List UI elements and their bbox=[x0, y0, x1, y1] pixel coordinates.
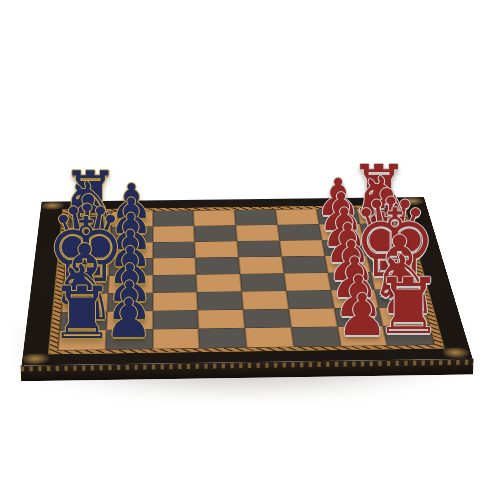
square-r5-c4 bbox=[242, 291, 289, 310]
square-r7-c6 bbox=[337, 326, 387, 346]
board-grid bbox=[58, 208, 434, 350]
square-r3-c3 bbox=[196, 257, 240, 274]
square-r7-c0 bbox=[58, 330, 106, 350]
square-r5-c7 bbox=[375, 289, 424, 308]
square-r7-c4 bbox=[245, 327, 294, 347]
square-r1-c0 bbox=[68, 227, 111, 243]
square-r5-c5 bbox=[286, 290, 334, 309]
square-r6-c1 bbox=[106, 311, 152, 330]
square-r6-c3 bbox=[198, 309, 245, 328]
corner-ornament bbox=[442, 347, 471, 358]
square-r6-c0 bbox=[60, 311, 107, 330]
scene bbox=[0, 0, 480, 480]
square-r3-c1 bbox=[109, 258, 153, 275]
square-r5-c1 bbox=[107, 293, 152, 312]
square-r0-c7 bbox=[357, 208, 402, 224]
square-r2-c1 bbox=[109, 242, 152, 259]
square-r1-c2 bbox=[152, 226, 194, 242]
square-r1-c5 bbox=[277, 224, 321, 240]
square-r1-c6 bbox=[319, 224, 364, 240]
square-r7-c5 bbox=[291, 327, 341, 347]
corner-ornament bbox=[23, 354, 50, 365]
square-r2-c5 bbox=[279, 240, 324, 257]
square-r6-c5 bbox=[288, 308, 337, 327]
square-r3-c6 bbox=[324, 255, 371, 272]
board-frame bbox=[22, 197, 473, 366]
square-r6-c7 bbox=[379, 307, 429, 326]
square-r6-c2 bbox=[152, 310, 198, 329]
square-r3-c2 bbox=[152, 258, 196, 275]
square-r4-c1 bbox=[108, 275, 153, 293]
square-r5-c6 bbox=[330, 290, 378, 309]
corner-ornament bbox=[401, 197, 425, 205]
square-r3-c4 bbox=[238, 257, 283, 274]
square-r3-c7 bbox=[367, 255, 414, 272]
square-r7-c1 bbox=[105, 329, 152, 349]
square-r4-c2 bbox=[152, 275, 197, 293]
square-r4-c5 bbox=[284, 273, 331, 291]
square-r0-c1 bbox=[111, 211, 153, 227]
square-r0-c6 bbox=[316, 209, 360, 225]
border-trim bbox=[48, 205, 445, 355]
product-photo-stage: ♜♞♝♛♚♝♞♜♟♟♟♟♟♟♟♟♟♟♟♟♟♟♟♟♜♞♝♛♚♝♞♜ bbox=[0, 0, 480, 480]
square-r2-c2 bbox=[152, 242, 195, 259]
square-r6-c6 bbox=[334, 307, 383, 326]
square-r0-c5 bbox=[275, 209, 319, 225]
square-r3-c0 bbox=[65, 259, 110, 276]
square-r4-c0 bbox=[63, 276, 108, 294]
square-r1-c1 bbox=[110, 226, 152, 242]
square-r5-c0 bbox=[61, 293, 107, 312]
square-r7-c7 bbox=[383, 325, 434, 345]
chess-board bbox=[22, 197, 473, 366]
square-r5-c3 bbox=[197, 291, 243, 310]
square-r4-c3 bbox=[196, 274, 241, 292]
square-r0-c0 bbox=[69, 212, 111, 228]
square-r1-c7 bbox=[360, 223, 406, 239]
square-r1-c4 bbox=[236, 225, 280, 241]
square-r2-c4 bbox=[237, 240, 281, 257]
square-r7-c3 bbox=[199, 328, 247, 348]
square-r2-c6 bbox=[321, 239, 367, 256]
square-r5-c2 bbox=[152, 292, 197, 311]
corner-ornament bbox=[42, 202, 65, 210]
square-r3-c5 bbox=[281, 256, 327, 273]
square-r0-c3 bbox=[193, 210, 235, 226]
square-r4-c4 bbox=[240, 273, 286, 291]
square-r2-c3 bbox=[195, 241, 239, 258]
square-r2-c0 bbox=[66, 243, 110, 260]
square-r7-c2 bbox=[152, 329, 199, 349]
square-r0-c4 bbox=[234, 210, 277, 226]
square-r4-c6 bbox=[327, 272, 374, 290]
square-r0-c2 bbox=[152, 211, 194, 227]
square-r2-c7 bbox=[364, 239, 410, 256]
square-r6-c4 bbox=[243, 309, 291, 328]
square-r4-c7 bbox=[371, 272, 419, 290]
square-r1-c3 bbox=[194, 225, 237, 241]
